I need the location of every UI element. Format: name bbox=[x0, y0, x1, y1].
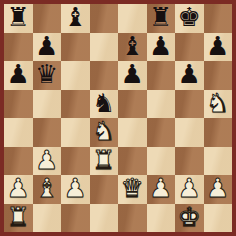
square-f3[interactable] bbox=[147, 147, 176, 176]
piece-black-pawn[interactable]: ♟ bbox=[121, 61, 144, 89]
square-c2[interactable]: ♟ bbox=[61, 175, 90, 204]
square-b4[interactable] bbox=[33, 118, 62, 147]
square-h2[interactable]: ♟ bbox=[204, 175, 233, 204]
square-b1[interactable] bbox=[33, 204, 62, 233]
square-d7[interactable] bbox=[90, 33, 119, 62]
square-b7[interactable]: ♟ bbox=[33, 33, 62, 62]
piece-white-rook[interactable]: ♜ bbox=[92, 147, 115, 175]
square-d5[interactable]: ♞ bbox=[90, 90, 119, 119]
piece-white-queen[interactable]: ♛ bbox=[121, 175, 144, 203]
chess-board-frame: ♜♝♜♚♟♝♟♟♟♛♟♟♞♞♞♟♜♟♝♟♛♟♟♟♜♚ bbox=[0, 0, 236, 236]
square-h3[interactable] bbox=[204, 147, 233, 176]
square-f7[interactable]: ♟ bbox=[147, 33, 176, 62]
piece-black-pawn[interactable]: ♟ bbox=[149, 33, 172, 61]
square-e8[interactable] bbox=[118, 4, 147, 33]
square-g5[interactable] bbox=[175, 90, 204, 119]
square-a5[interactable] bbox=[4, 90, 33, 119]
piece-white-rook[interactable]: ♜ bbox=[7, 204, 30, 232]
square-h8[interactable] bbox=[204, 4, 233, 33]
piece-black-pawn[interactable]: ♟ bbox=[178, 61, 201, 89]
square-e2[interactable]: ♛ bbox=[118, 175, 147, 204]
square-b2[interactable]: ♝ bbox=[33, 175, 62, 204]
square-d4[interactable]: ♞ bbox=[90, 118, 119, 147]
square-f4[interactable] bbox=[147, 118, 176, 147]
square-g1[interactable]: ♚ bbox=[175, 204, 204, 233]
square-h6[interactable] bbox=[204, 61, 233, 90]
square-e7[interactable]: ♝ bbox=[118, 33, 147, 62]
square-h4[interactable] bbox=[204, 118, 233, 147]
square-d8[interactable] bbox=[90, 4, 119, 33]
square-h5[interactable]: ♞ bbox=[204, 90, 233, 119]
piece-white-knight[interactable]: ♞ bbox=[206, 90, 229, 118]
square-b5[interactable] bbox=[33, 90, 62, 119]
piece-white-pawn[interactable]: ♟ bbox=[7, 175, 30, 203]
square-g3[interactable] bbox=[175, 147, 204, 176]
square-a3[interactable] bbox=[4, 147, 33, 176]
square-c8[interactable]: ♝ bbox=[61, 4, 90, 33]
square-f2[interactable]: ♟ bbox=[147, 175, 176, 204]
square-e1[interactable] bbox=[118, 204, 147, 233]
piece-white-knight[interactable]: ♞ bbox=[92, 118, 115, 146]
square-a4[interactable] bbox=[4, 118, 33, 147]
square-f8[interactable]: ♜ bbox=[147, 4, 176, 33]
square-d2[interactable] bbox=[90, 175, 119, 204]
piece-white-pawn[interactable]: ♟ bbox=[64, 175, 87, 203]
piece-black-pawn[interactable]: ♟ bbox=[206, 33, 229, 61]
piece-black-pawn[interactable]: ♟ bbox=[35, 33, 58, 61]
square-c1[interactable] bbox=[61, 204, 90, 233]
square-g2[interactable]: ♟ bbox=[175, 175, 204, 204]
square-g4[interactable] bbox=[175, 118, 204, 147]
square-d3[interactable]: ♜ bbox=[90, 147, 119, 176]
square-c5[interactable] bbox=[61, 90, 90, 119]
square-g8[interactable]: ♚ bbox=[175, 4, 204, 33]
piece-black-knight[interactable]: ♞ bbox=[92, 90, 115, 118]
piece-black-king[interactable]: ♚ bbox=[178, 4, 201, 32]
square-a1[interactable]: ♜ bbox=[4, 204, 33, 233]
piece-white-king[interactable]: ♚ bbox=[178, 204, 201, 232]
piece-black-bishop[interactable]: ♝ bbox=[64, 4, 87, 32]
square-e3[interactable] bbox=[118, 147, 147, 176]
piece-white-pawn[interactable]: ♟ bbox=[206, 175, 229, 203]
piece-black-pawn[interactable]: ♟ bbox=[7, 61, 30, 89]
square-c3[interactable] bbox=[61, 147, 90, 176]
piece-black-bishop[interactable]: ♝ bbox=[121, 33, 144, 61]
square-g7[interactable] bbox=[175, 33, 204, 62]
square-b8[interactable] bbox=[33, 4, 62, 33]
square-a7[interactable] bbox=[4, 33, 33, 62]
piece-black-queen[interactable]: ♛ bbox=[35, 61, 58, 89]
square-d6[interactable] bbox=[90, 61, 119, 90]
square-e5[interactable] bbox=[118, 90, 147, 119]
square-e6[interactable]: ♟ bbox=[118, 61, 147, 90]
square-h1[interactable] bbox=[204, 204, 233, 233]
square-f5[interactable] bbox=[147, 90, 176, 119]
square-d1[interactable] bbox=[90, 204, 119, 233]
square-f1[interactable] bbox=[147, 204, 176, 233]
square-h7[interactable]: ♟ bbox=[204, 33, 233, 62]
square-a8[interactable]: ♜ bbox=[4, 4, 33, 33]
square-c4[interactable] bbox=[61, 118, 90, 147]
piece-white-bishop[interactable]: ♝ bbox=[35, 175, 58, 203]
square-b3[interactable]: ♟ bbox=[33, 147, 62, 176]
piece-white-pawn[interactable]: ♟ bbox=[178, 175, 201, 203]
piece-white-pawn[interactable]: ♟ bbox=[149, 175, 172, 203]
square-a2[interactable]: ♟ bbox=[4, 175, 33, 204]
square-c7[interactable] bbox=[61, 33, 90, 62]
square-f6[interactable] bbox=[147, 61, 176, 90]
piece-white-pawn[interactable]: ♟ bbox=[35, 147, 58, 175]
square-e4[interactable] bbox=[118, 118, 147, 147]
piece-black-rook[interactable]: ♜ bbox=[7, 4, 30, 32]
square-g6[interactable]: ♟ bbox=[175, 61, 204, 90]
piece-black-rook[interactable]: ♜ bbox=[149, 4, 172, 32]
square-c6[interactable] bbox=[61, 61, 90, 90]
square-b6[interactable]: ♛ bbox=[33, 61, 62, 90]
square-a6[interactable]: ♟ bbox=[4, 61, 33, 90]
chess-board: ♜♝♜♚♟♝♟♟♟♛♟♟♞♞♞♟♜♟♝♟♛♟♟♟♜♚ bbox=[4, 4, 232, 232]
